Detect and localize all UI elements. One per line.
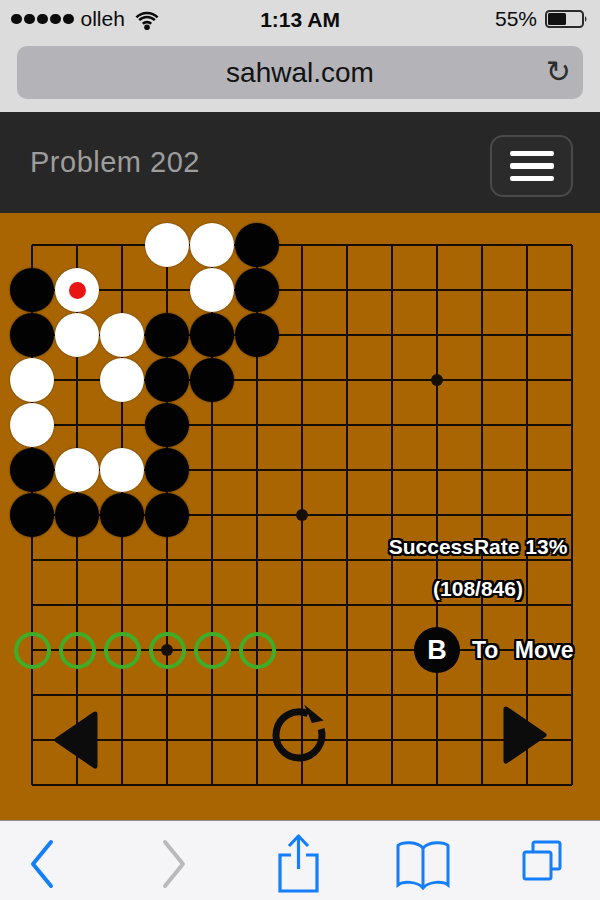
- white-stone: [100, 448, 144, 492]
- star-point: [431, 374, 443, 386]
- prev-move-button[interactable]: [49, 708, 109, 772]
- black-stone: [100, 493, 144, 537]
- white-stone: [10, 403, 54, 447]
- white-stone: [145, 223, 189, 267]
- black-stone: [235, 223, 279, 267]
- menu-button[interactable]: [490, 135, 573, 197]
- battery-icon: [544, 8, 590, 30]
- black-stone: [235, 268, 279, 312]
- to-move-label: To Move: [472, 637, 574, 664]
- refresh-icon[interactable]: ↻: [546, 46, 571, 99]
- bookmarks-button[interactable]: [395, 837, 451, 895]
- white-stone-marked: [55, 268, 99, 312]
- green-circle-marker: [149, 632, 186, 669]
- green-circle-marker: [59, 632, 96, 669]
- black-stone: [235, 313, 279, 357]
- white-stone: [55, 313, 99, 357]
- black-stone: [145, 448, 189, 492]
- green-circle-marker: [194, 632, 231, 669]
- white-stone: [100, 358, 144, 402]
- address-bar-container: sahwal.com ↻: [0, 38, 600, 112]
- green-circle-marker: [104, 632, 141, 669]
- next-move-button[interactable]: [492, 703, 552, 767]
- rotate-board-button[interactable]: [264, 700, 334, 770]
- black-stone: [10, 268, 54, 312]
- to-move-indicator: B To Move: [414, 627, 574, 673]
- forward-button[interactable]: [156, 836, 192, 892]
- white-stone: [190, 223, 234, 267]
- black-stone: [10, 313, 54, 357]
- status-bar: olleh 1:13 AM 55%: [0, 0, 600, 38]
- white-stone: [190, 268, 234, 312]
- page-header: Problem 202: [0, 112, 600, 213]
- black-stone: [10, 448, 54, 492]
- attempts-label: (108/846): [318, 577, 600, 601]
- white-stone: [100, 313, 144, 357]
- green-circle-marker: [14, 632, 51, 669]
- url-text: sahwal.com: [17, 46, 583, 99]
- go-board[interactable]: SuccessRate 13% (108/846) B To Move: [0, 213, 600, 820]
- star-point: [296, 509, 308, 521]
- tabs-button[interactable]: [519, 835, 567, 891]
- green-circle-marker: [239, 632, 276, 669]
- black-stone: [10, 493, 54, 537]
- red-dot-marker: [69, 282, 86, 299]
- white-stone: [55, 448, 99, 492]
- black-stone: [145, 403, 189, 447]
- success-rate-label: SuccessRate 13%: [318, 535, 600, 559]
- white-stone: [10, 358, 54, 402]
- black-stone: [145, 493, 189, 537]
- address-bar[interactable]: sahwal.com ↻: [17, 46, 583, 99]
- battery-percent: 55%: [495, 7, 537, 31]
- hamburger-icon: [510, 151, 554, 157]
- black-stone: [190, 358, 234, 402]
- black-to-move-stone: B: [414, 627, 460, 673]
- share-button[interactable]: [274, 831, 322, 895]
- black-stone: [190, 313, 234, 357]
- safari-top-chrome: olleh 1:13 AM 55% sahwal.co: [0, 0, 600, 112]
- page-title: Problem 202: [30, 112, 200, 213]
- black-stone: [145, 313, 189, 357]
- iphone-screen: olleh 1:13 AM 55% sahwal.co: [0, 0, 600, 900]
- black-stone: [55, 493, 99, 537]
- back-button[interactable]: [24, 836, 60, 892]
- black-stone: [145, 358, 189, 402]
- safari-toolbar: [0, 820, 600, 900]
